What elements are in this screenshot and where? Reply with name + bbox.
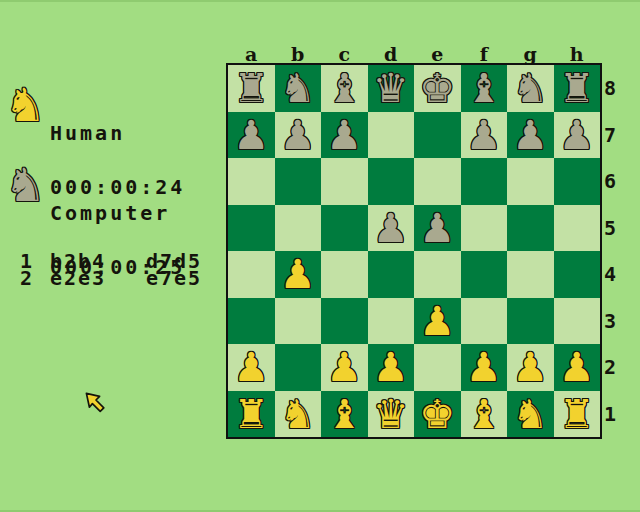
square-b3[interactable] [275, 298, 322, 345]
square-c5[interactable] [321, 205, 368, 252]
square-c2[interactable]: ♟ [321, 344, 368, 391]
square-e2[interactable] [414, 344, 461, 391]
square-c4[interactable] [321, 251, 368, 298]
square-h2[interactable]: ♟ [554, 344, 601, 391]
white-knight-b1[interactable]: ♞ [275, 391, 322, 438]
square-e7[interactable] [414, 112, 461, 159]
rank-label-4: 4 [604, 251, 624, 298]
square-g2[interactable]: ♟ [507, 344, 554, 391]
square-f1[interactable]: ♝ [461, 391, 508, 438]
square-b8[interactable]: ♞ [275, 65, 322, 112]
white-pawn-e3[interactable]: ♟ [414, 298, 461, 345]
black-bishop-f8[interactable]: ♝ [461, 65, 508, 112]
black-pawn-c7[interactable]: ♟ [321, 112, 368, 159]
square-h1[interactable]: ♜ [554, 391, 601, 438]
rank-labels: 87654321 [604, 65, 624, 437]
square-b4[interactable]: ♟ [275, 251, 322, 298]
square-g4[interactable] [507, 251, 554, 298]
white-pawn-g2[interactable]: ♟ [507, 344, 554, 391]
square-g5[interactable] [507, 205, 554, 252]
black-rook-a8[interactable]: ♜ [228, 65, 275, 112]
square-b5[interactable] [275, 205, 322, 252]
file-label-d: d [368, 44, 415, 64]
rank-label-2: 2 [604, 344, 624, 391]
square-d2[interactable]: ♟ [368, 344, 415, 391]
square-h6[interactable] [554, 158, 601, 205]
computer-player-name: Computer [50, 204, 185, 222]
white-bishop-f1[interactable]: ♝ [461, 391, 508, 438]
black-king-e8[interactable]: ♚ [414, 65, 461, 112]
white-king-e1[interactable]: ♚ [414, 391, 461, 438]
square-a4[interactable] [228, 251, 275, 298]
rank-label-1: 1 [604, 391, 624, 438]
square-f5[interactable] [461, 205, 508, 252]
white-pawn-d2[interactable]: ♟ [368, 344, 415, 391]
file-labels: abcdefgh [228, 44, 600, 64]
black-pawn-e5[interactable]: ♟ [414, 205, 461, 252]
white-pawn-f2[interactable]: ♟ [461, 344, 508, 391]
human-player-name: Human [50, 124, 185, 142]
computer-player-block: Computer 000:00:25 [50, 168, 185, 312]
black-pawn-g7[interactable]: ♟ [507, 112, 554, 159]
black-pawn-h7[interactable]: ♟ [554, 112, 601, 159]
rank-label-8: 8 [604, 65, 624, 112]
square-b2[interactable] [275, 344, 322, 391]
file-label-f: f [461, 44, 508, 64]
file-label-g: g [507, 44, 554, 64]
square-b7[interactable]: ♟ [275, 112, 322, 159]
white-bishop-c1[interactable]: ♝ [321, 391, 368, 438]
square-f8[interactable]: ♝ [461, 65, 508, 112]
black-bishop-c8[interactable]: ♝ [321, 65, 368, 112]
board-grid: ♜♞♝♛♚♝♞♜♟♟♟♟♟♟♟♟♟♟♟♟♟♟♟♟♜♞♝♛♚♝♞♜ [226, 63, 602, 439]
black-knight-g8[interactable]: ♞ [507, 65, 554, 112]
rank-label-3: 3 [604, 298, 624, 345]
square-e1[interactable]: ♚ [414, 391, 461, 438]
human-knight-icon: ♞ [1, 80, 49, 130]
black-pawn-d5[interactable]: ♟ [368, 205, 415, 252]
chess-game-screen: ♞ Human 000:00:24 ♞ Computer 000:00:25 1… [0, 0, 640, 512]
black-knight-b8[interactable]: ♞ [275, 65, 322, 112]
file-label-c: c [321, 44, 368, 64]
square-a3[interactable] [228, 298, 275, 345]
square-h3[interactable] [554, 298, 601, 345]
square-c3[interactable] [321, 298, 368, 345]
square-g3[interactable] [507, 298, 554, 345]
square-d4[interactable] [368, 251, 415, 298]
rank-label-6: 6 [604, 158, 624, 205]
move-number: 2 [20, 270, 34, 287]
square-f3[interactable] [461, 298, 508, 345]
square-a6[interactable] [228, 158, 275, 205]
square-g8[interactable]: ♞ [507, 65, 554, 112]
square-e8[interactable]: ♚ [414, 65, 461, 112]
white-pawn-c2[interactable]: ♟ [321, 344, 368, 391]
rank-label-7: 7 [604, 112, 624, 159]
square-d7[interactable] [368, 112, 415, 159]
white-queen-d1[interactable]: ♛ [368, 391, 415, 438]
square-d5[interactable]: ♟ [368, 205, 415, 252]
black-rook-h8[interactable]: ♜ [554, 65, 601, 112]
black-pawn-b7[interactable]: ♟ [275, 112, 322, 159]
white-knight-g1[interactable]: ♞ [507, 391, 554, 438]
square-c7[interactable]: ♟ [321, 112, 368, 159]
square-h8[interactable]: ♜ [554, 65, 601, 112]
square-f4[interactable] [461, 251, 508, 298]
black-move: e7e5 [146, 270, 202, 287]
square-e4[interactable] [414, 251, 461, 298]
square-a2[interactable]: ♟ [228, 344, 275, 391]
file-label-e: e [414, 44, 461, 64]
square-g7[interactable]: ♟ [507, 112, 554, 159]
black-pawn-a7[interactable]: ♟ [228, 112, 275, 159]
square-a7[interactable]: ♟ [228, 112, 275, 159]
square-f6[interactable] [461, 158, 508, 205]
square-d6[interactable] [368, 158, 415, 205]
white-pawn-a2[interactable]: ♟ [228, 344, 275, 391]
white-pawn-h2[interactable]: ♟ [554, 344, 601, 391]
white-rook-h1[interactable]: ♜ [554, 391, 601, 438]
square-e5[interactable]: ♟ [414, 205, 461, 252]
square-b6[interactable] [275, 158, 322, 205]
square-f2[interactable]: ♟ [461, 344, 508, 391]
rank-label-5: 5 [604, 205, 624, 252]
black-queen-d8[interactable]: ♛ [368, 65, 415, 112]
square-a8[interactable]: ♜ [228, 65, 275, 112]
square-h5[interactable] [554, 205, 601, 252]
computer-knight-icon: ♞ [1, 160, 49, 210]
square-h4[interactable] [554, 251, 601, 298]
file-label-b: b [275, 44, 322, 64]
white-pawn-b4[interactable]: ♟ [275, 251, 322, 298]
white-move: e2e3 [50, 270, 106, 287]
square-h7[interactable]: ♟ [554, 112, 601, 159]
square-c6[interactable] [321, 158, 368, 205]
square-d1[interactable]: ♛ [368, 391, 415, 438]
square-c1[interactable]: ♝ [321, 391, 368, 438]
file-label-h: h [554, 44, 601, 64]
file-label-a: a [228, 44, 275, 64]
square-d8[interactable]: ♛ [368, 65, 415, 112]
square-g1[interactable]: ♞ [507, 391, 554, 438]
black-pawn-f7[interactable]: ♟ [461, 112, 508, 159]
square-b1[interactable]: ♞ [275, 391, 322, 438]
square-a1[interactable]: ♜ [228, 391, 275, 438]
square-f7[interactable]: ♟ [461, 112, 508, 159]
cursor-icon [84, 391, 108, 415]
square-a5[interactable] [228, 205, 275, 252]
square-d3[interactable] [368, 298, 415, 345]
square-g6[interactable] [507, 158, 554, 205]
white-rook-a1[interactable]: ♜ [228, 391, 275, 438]
square-c8[interactable]: ♝ [321, 65, 368, 112]
square-e3[interactable]: ♟ [414, 298, 461, 345]
screen-top-edge [0, 0, 640, 2]
square-e6[interactable] [414, 158, 461, 205]
